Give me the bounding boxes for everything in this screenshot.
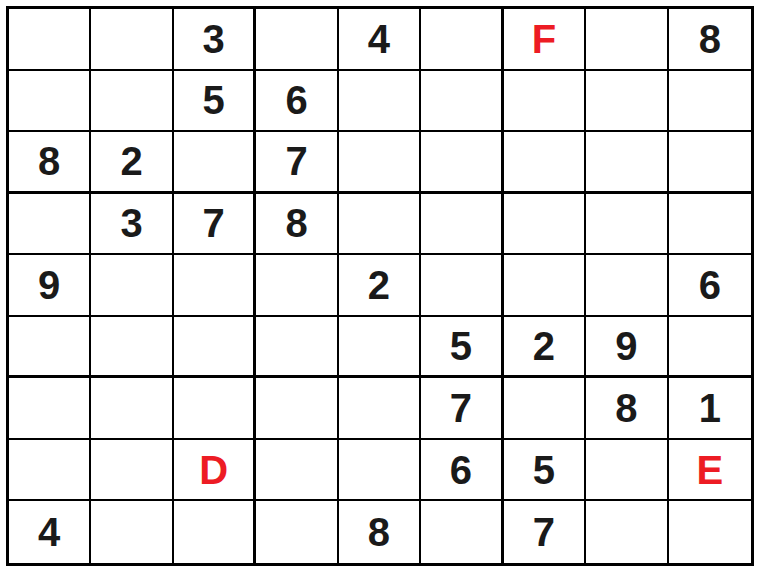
sudoku-cell-r4c7[interactable] <box>504 194 586 256</box>
sudoku-cell-r4c1[interactable] <box>9 194 91 256</box>
sudoku-cell-r9c2[interactable] <box>91 501 173 563</box>
sudoku-cell-r3c3[interactable] <box>174 132 256 194</box>
sudoku-cell-r6c1[interactable] <box>9 317 91 379</box>
sudoku-cell-r7c3[interactable] <box>174 378 256 440</box>
sudoku-cell-r2c2[interactable] <box>91 71 173 133</box>
sudoku-cell-r3c5[interactable] <box>339 132 421 194</box>
sudoku-cell-r3c6[interactable] <box>421 132 503 194</box>
sudoku-board: 34F856827378926529781D65E487 <box>6 6 754 566</box>
sudoku-cell-r7c7[interactable] <box>504 378 586 440</box>
sudoku-cell-r5c2[interactable] <box>91 255 173 317</box>
sudoku-cell-r6c4[interactable] <box>256 317 338 379</box>
sudoku-cell-r1c4[interactable] <box>256 9 338 71</box>
sudoku-cell-r1c8[interactable] <box>586 9 668 71</box>
sudoku-cell-r5c6[interactable] <box>421 255 503 317</box>
sudoku-cell-r1c2[interactable] <box>91 9 173 71</box>
sudoku-cell-r6c2[interactable] <box>91 317 173 379</box>
sudoku-cell-r5c3[interactable] <box>174 255 256 317</box>
sudoku-cell-r9c8[interactable] <box>586 501 668 563</box>
sudoku-cell-r6c6[interactable]: 5 <box>421 317 503 379</box>
sudoku-cell-r2c6[interactable] <box>421 71 503 133</box>
sudoku-cell-r2c1[interactable] <box>9 71 91 133</box>
sudoku-cell-r6c5[interactable] <box>339 317 421 379</box>
sudoku-cell-r6c3[interactable] <box>174 317 256 379</box>
sudoku-cell-r2c5[interactable] <box>339 71 421 133</box>
sudoku-cell-r9c1[interactable]: 4 <box>9 501 91 563</box>
sudoku-cell-r8c7[interactable]: 5 <box>504 440 586 502</box>
sudoku-cell-r6c8[interactable]: 9 <box>586 317 668 379</box>
sudoku-cell-r2c4[interactable]: 6 <box>256 71 338 133</box>
sudoku-cell-r9c9[interactable] <box>669 501 751 563</box>
sudoku-cell-r4c9[interactable] <box>669 194 751 256</box>
sudoku-cell-r7c6[interactable]: 7 <box>421 378 503 440</box>
sudoku-cell-r3c1[interactable]: 8 <box>9 132 91 194</box>
sudoku-cell-r5c4[interactable] <box>256 255 338 317</box>
sudoku-cell-r4c2[interactable]: 3 <box>91 194 173 256</box>
sudoku-cell-r6c9[interactable] <box>669 317 751 379</box>
sudoku-cell-r7c2[interactable] <box>91 378 173 440</box>
sudoku-cell-r5c7[interactable] <box>504 255 586 317</box>
sudoku-cell-r9c6[interactable] <box>421 501 503 563</box>
sudoku-cell-r3c2[interactable]: 2 <box>91 132 173 194</box>
sudoku-cell-r1c5[interactable]: 4 <box>339 9 421 71</box>
sudoku-cell-r8c4[interactable] <box>256 440 338 502</box>
sudoku-cell-r5c9[interactable]: 6 <box>669 255 751 317</box>
sudoku-cell-r3c7[interactable] <box>504 132 586 194</box>
sudoku-cell-r8c9[interactable]: E <box>669 440 751 502</box>
sudoku-cell-r8c2[interactable] <box>91 440 173 502</box>
sudoku-cell-r4c6[interactable] <box>421 194 503 256</box>
sudoku-cell-r5c5[interactable]: 2 <box>339 255 421 317</box>
sudoku-cell-r4c8[interactable] <box>586 194 668 256</box>
sudoku-cell-r8c8[interactable] <box>586 440 668 502</box>
sudoku-cell-r2c7[interactable] <box>504 71 586 133</box>
sudoku-cell-r8c1[interactable] <box>9 440 91 502</box>
sudoku-cell-r7c5[interactable] <box>339 378 421 440</box>
sudoku-cell-r9c4[interactable] <box>256 501 338 563</box>
sudoku-cell-r3c8[interactable] <box>586 132 668 194</box>
sudoku-cell-r4c5[interactable] <box>339 194 421 256</box>
sudoku-cell-r1c7[interactable]: F <box>504 9 586 71</box>
sudoku-cell-r6c7[interactable]: 2 <box>504 317 586 379</box>
sudoku-cell-r7c9[interactable]: 1 <box>669 378 751 440</box>
sudoku-cell-r7c8[interactable]: 8 <box>586 378 668 440</box>
sudoku-cell-r1c3[interactable]: 3 <box>174 9 256 71</box>
sudoku-cell-r1c6[interactable] <box>421 9 503 71</box>
sudoku-cell-r8c5[interactable] <box>339 440 421 502</box>
sudoku-cell-r9c3[interactable] <box>174 501 256 563</box>
sudoku-cell-r1c9[interactable]: 8 <box>669 9 751 71</box>
sudoku-cell-r3c9[interactable] <box>669 132 751 194</box>
sudoku-cell-r7c4[interactable] <box>256 378 338 440</box>
sudoku-cell-r5c1[interactable]: 9 <box>9 255 91 317</box>
sudoku-cell-r8c3[interactable]: D <box>174 440 256 502</box>
sudoku-cell-r3c4[interactable]: 7 <box>256 132 338 194</box>
sudoku-cell-r5c8[interactable] <box>586 255 668 317</box>
sudoku-cell-r7c1[interactable] <box>9 378 91 440</box>
sudoku-cell-r8c6[interactable]: 6 <box>421 440 503 502</box>
sudoku-cell-r1c1[interactable] <box>9 9 91 71</box>
sudoku-cell-r2c9[interactable] <box>669 71 751 133</box>
sudoku-cell-r4c3[interactable]: 7 <box>174 194 256 256</box>
sudoku-cell-r2c8[interactable] <box>586 71 668 133</box>
sudoku-cell-r4c4[interactable]: 8 <box>256 194 338 256</box>
sudoku-cell-r9c7[interactable]: 7 <box>504 501 586 563</box>
sudoku-cell-r2c3[interactable]: 5 <box>174 71 256 133</box>
sudoku-cell-r9c5[interactable]: 8 <box>339 501 421 563</box>
